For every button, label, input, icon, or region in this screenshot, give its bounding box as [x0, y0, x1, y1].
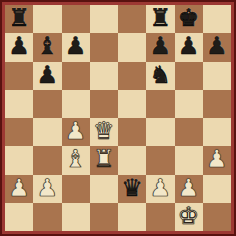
- square-b5[interactable]: [33, 90, 61, 118]
- piece-black-pawn[interactable]: ♟: [206, 34, 228, 58]
- square-g6[interactable]: [175, 62, 203, 90]
- square-a6[interactable]: [5, 62, 33, 90]
- piece-black-pawn[interactable]: ♟: [8, 34, 30, 58]
- piece-white-rook[interactable]: ♜: [93, 147, 115, 171]
- square-a3[interactable]: [5, 146, 33, 174]
- piece-black-pawn[interactable]: ♟: [150, 34, 172, 58]
- square-f2[interactable]: ♟: [146, 175, 174, 203]
- square-c6[interactable]: [62, 62, 90, 90]
- square-f1[interactable]: [146, 203, 174, 231]
- piece-black-queen[interactable]: ♛: [121, 176, 143, 200]
- piece-black-knight[interactable]: ♞: [150, 63, 172, 87]
- square-a4[interactable]: [5, 118, 33, 146]
- square-b8[interactable]: [33, 5, 61, 33]
- square-d1[interactable]: [90, 203, 118, 231]
- square-b3[interactable]: [33, 146, 61, 174]
- square-a2[interactable]: ♟: [5, 175, 33, 203]
- square-f5[interactable]: [146, 90, 174, 118]
- square-g4[interactable]: [175, 118, 203, 146]
- square-d2[interactable]: [90, 175, 118, 203]
- square-d7[interactable]: [90, 33, 118, 61]
- square-g5[interactable]: [175, 90, 203, 118]
- piece-black-bishop[interactable]: ♝: [37, 34, 59, 58]
- chess-board-frame: ♜♜♚♟♝♟♟♟♟♟♞♟♛♝♜♟♟♟♛♟♟♚: [0, 0, 236, 236]
- square-d6[interactable]: [90, 62, 118, 90]
- square-h4[interactable]: [203, 118, 231, 146]
- square-g3[interactable]: [175, 146, 203, 174]
- square-g8[interactable]: ♚: [175, 5, 203, 33]
- square-a1[interactable]: [5, 203, 33, 231]
- piece-white-pawn[interactable]: ♟: [206, 147, 228, 171]
- square-e3[interactable]: [118, 146, 146, 174]
- square-g1[interactable]: ♚: [175, 203, 203, 231]
- piece-white-pawn[interactable]: ♟: [37, 176, 59, 200]
- piece-black-pawn[interactable]: ♟: [65, 34, 87, 58]
- square-a5[interactable]: [5, 90, 33, 118]
- square-e6[interactable]: [118, 62, 146, 90]
- square-c3[interactable]: ♝: [62, 146, 90, 174]
- square-b7[interactable]: ♝: [33, 33, 61, 61]
- piece-black-rook[interactable]: ♜: [150, 6, 172, 30]
- square-h2[interactable]: [203, 175, 231, 203]
- square-f4[interactable]: [146, 118, 174, 146]
- piece-black-pawn[interactable]: ♟: [37, 63, 59, 87]
- piece-white-queen[interactable]: ♛: [93, 119, 115, 143]
- square-e1[interactable]: [118, 203, 146, 231]
- square-d3[interactable]: ♜: [90, 146, 118, 174]
- square-b1[interactable]: [33, 203, 61, 231]
- square-f6[interactable]: ♞: [146, 62, 174, 90]
- square-c5[interactable]: [62, 90, 90, 118]
- piece-black-king[interactable]: ♚: [178, 6, 200, 30]
- piece-white-bishop[interactable]: ♝: [65, 147, 87, 171]
- square-h8[interactable]: [203, 5, 231, 33]
- square-g7[interactable]: ♟: [175, 33, 203, 61]
- square-h1[interactable]: [203, 203, 231, 231]
- square-f7[interactable]: ♟: [146, 33, 174, 61]
- square-a7[interactable]: ♟: [5, 33, 33, 61]
- chess-board: ♜♜♚♟♝♟♟♟♟♟♞♟♛♝♜♟♟♟♛♟♟♚: [5, 5, 231, 231]
- square-h5[interactable]: [203, 90, 231, 118]
- square-c2[interactable]: [62, 175, 90, 203]
- piece-white-pawn[interactable]: ♟: [65, 119, 87, 143]
- square-d5[interactable]: [90, 90, 118, 118]
- piece-black-pawn[interactable]: ♟: [178, 34, 200, 58]
- piece-white-king[interactable]: ♚: [178, 204, 200, 228]
- square-e2[interactable]: ♛: [118, 175, 146, 203]
- square-c7[interactable]: ♟: [62, 33, 90, 61]
- square-c4[interactable]: ♟: [62, 118, 90, 146]
- piece-white-pawn[interactable]: ♟: [150, 176, 172, 200]
- square-f3[interactable]: [146, 146, 174, 174]
- square-c8[interactable]: [62, 5, 90, 33]
- square-e4[interactable]: [118, 118, 146, 146]
- square-a8[interactable]: ♜: [5, 5, 33, 33]
- square-e5[interactable]: [118, 90, 146, 118]
- square-h3[interactable]: ♟: [203, 146, 231, 174]
- square-f8[interactable]: ♜: [146, 5, 174, 33]
- square-b2[interactable]: ♟: [33, 175, 61, 203]
- square-c1[interactable]: [62, 203, 90, 231]
- piece-black-rook[interactable]: ♜: [8, 6, 30, 30]
- square-g2[interactable]: ♟: [175, 175, 203, 203]
- piece-white-pawn[interactable]: ♟: [8, 176, 30, 200]
- square-e7[interactable]: [118, 33, 146, 61]
- piece-white-pawn[interactable]: ♟: [178, 176, 200, 200]
- square-b4[interactable]: [33, 118, 61, 146]
- square-d8[interactable]: [90, 5, 118, 33]
- square-b6[interactable]: ♟: [33, 62, 61, 90]
- square-d4[interactable]: ♛: [90, 118, 118, 146]
- square-h7[interactable]: ♟: [203, 33, 231, 61]
- square-e8[interactable]: [118, 5, 146, 33]
- square-h6[interactable]: [203, 62, 231, 90]
